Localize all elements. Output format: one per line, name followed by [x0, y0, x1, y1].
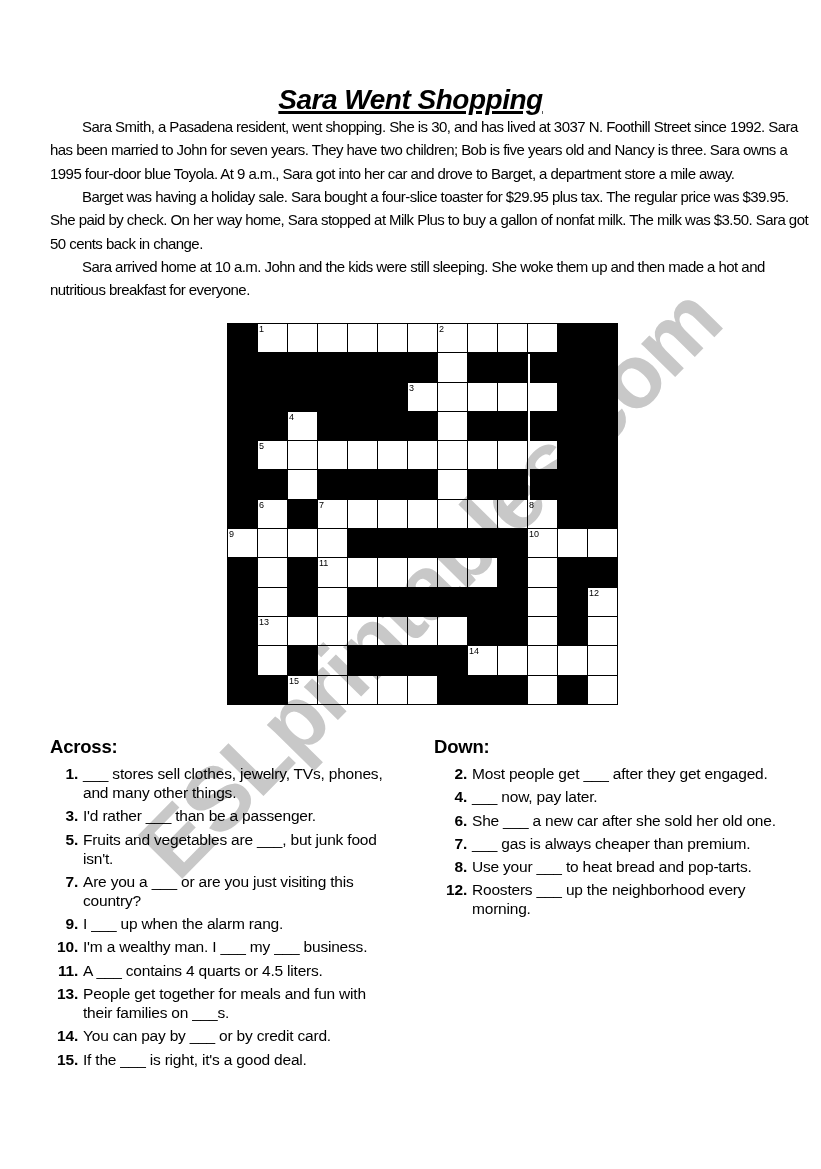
- block-cell: [258, 470, 287, 498]
- letter-cell[interactable]: [318, 324, 347, 352]
- block-cell: [378, 646, 407, 674]
- letter-cell[interactable]: [528, 646, 557, 674]
- grid-line-artifact: [528, 354, 530, 501]
- letter-cell[interactable]: [438, 412, 467, 440]
- clue-item-number: 13.: [50, 984, 83, 1022]
- block-cell: [348, 383, 377, 411]
- letter-cell[interactable]: [498, 500, 527, 528]
- clue-item-number: 10.: [50, 937, 83, 956]
- block-cell: [558, 383, 587, 411]
- block-cell: [588, 500, 617, 528]
- block-cell: [528, 470, 557, 498]
- crossword-grid: 123456789101112131415: [228, 324, 617, 704]
- block-cell: [558, 353, 587, 381]
- block-cell: [378, 383, 407, 411]
- letter-cell[interactable]: [438, 470, 467, 498]
- letter-cell[interactable]: 1: [258, 324, 287, 352]
- cell-clue-number: 14: [469, 646, 479, 656]
- block-cell: [288, 646, 317, 674]
- letter-cell[interactable]: [468, 324, 497, 352]
- letter-cell[interactable]: [348, 441, 377, 469]
- block-cell: [558, 324, 587, 352]
- block-cell: [258, 676, 287, 704]
- letter-cell[interactable]: [528, 383, 557, 411]
- clue-item-text: She ___ a new car after she sold her old…: [472, 811, 776, 830]
- letter-cell[interactable]: 5: [258, 441, 287, 469]
- letter-cell[interactable]: [288, 470, 317, 498]
- block-cell: [228, 588, 257, 616]
- letter-cell[interactable]: [558, 529, 587, 557]
- letter-cell[interactable]: [408, 500, 437, 528]
- clue-item: 11.A ___ contains 4 quarts or 4.5 liters…: [50, 961, 425, 980]
- letter-cell[interactable]: [348, 324, 377, 352]
- cell-clue-number: 3: [409, 383, 414, 393]
- letter-cell[interactable]: [408, 441, 437, 469]
- block-cell: [318, 353, 347, 381]
- letter-cell[interactable]: [558, 646, 587, 674]
- clue-item-text: Are you a ___ or are you just visiting t…: [83, 872, 354, 910]
- clue-item-text: Most people get ___ after they get engag…: [472, 764, 768, 783]
- letter-cell[interactable]: [438, 353, 467, 381]
- block-cell: [348, 353, 377, 381]
- clue-item-text: You can pay by ___ or by credit card.: [83, 1026, 331, 1045]
- clue-item-number: 9.: [50, 914, 83, 933]
- block-cell: [528, 353, 557, 381]
- block-cell: [468, 412, 497, 440]
- letter-cell[interactable]: [258, 646, 287, 674]
- letter-cell[interactable]: [408, 324, 437, 352]
- letter-cell[interactable]: 6: [258, 500, 287, 528]
- block-cell: [558, 470, 587, 498]
- letter-cell[interactable]: [438, 558, 467, 586]
- letter-cell[interactable]: [528, 588, 557, 616]
- block-cell: [588, 470, 617, 498]
- clue-item: 13.People get together for meals and fun…: [50, 984, 425, 1022]
- block-cell: [468, 470, 497, 498]
- letter-cell[interactable]: [438, 441, 467, 469]
- clue-item-text: A ___ contains 4 quarts or 4.5 liters.: [83, 961, 323, 980]
- letter-cell[interactable]: [468, 500, 497, 528]
- letter-cell[interactable]: 7: [318, 500, 347, 528]
- letter-cell[interactable]: [528, 676, 557, 704]
- story-line: 1995 four-door blue Toyola. At 9 a.m., S…: [50, 162, 795, 185]
- clue-item-text: If the ___ is right, it's a good deal.: [83, 1050, 307, 1069]
- clue-item: 1.___ stores sell clothes, jewelry, TVs,…: [50, 764, 425, 802]
- block-cell: [558, 441, 587, 469]
- clue-item-number: 3.: [50, 806, 83, 825]
- letter-cell[interactable]: [378, 676, 407, 704]
- letter-cell[interactable]: 9: [228, 529, 257, 557]
- block-cell: [228, 617, 257, 645]
- letter-cell[interactable]: [288, 617, 317, 645]
- clue-item-text: ___ gas is always cheaper than premium.: [472, 834, 750, 853]
- letter-cell[interactable]: [498, 383, 527, 411]
- clue-item-text: Use your ___ to heat bread and pop-tarts…: [472, 857, 752, 876]
- block-cell: [588, 324, 617, 352]
- block-cell: [438, 588, 467, 616]
- clue-item: 7.___ gas is always cheaper than premium…: [434, 834, 816, 853]
- cell-clue-number: 4: [289, 412, 294, 422]
- block-cell: [228, 676, 257, 704]
- clue-item-number: 2.: [434, 764, 472, 783]
- block-cell: [348, 588, 377, 616]
- letter-cell[interactable]: [348, 676, 377, 704]
- cell-clue-number: 7: [319, 500, 324, 510]
- clue-item: 2.Most people get ___ after they get eng…: [434, 764, 816, 783]
- across-clue-list: 1.___ stores sell clothes, jewelry, TVs,…: [50, 764, 425, 1069]
- letter-cell[interactable]: [318, 676, 347, 704]
- block-cell: [378, 412, 407, 440]
- block-cell: [378, 529, 407, 557]
- letter-cell[interactable]: [408, 558, 437, 586]
- letter-cell[interactable]: [528, 617, 557, 645]
- block-cell: [498, 353, 527, 381]
- letter-cell[interactable]: [348, 500, 377, 528]
- clue-item: 14.You can pay by ___ or by credit card.: [50, 1026, 425, 1045]
- block-cell: [558, 558, 587, 586]
- story-line: Sara arrived home at 10 a.m. John and th…: [50, 255, 795, 278]
- letter-cell[interactable]: [378, 324, 407, 352]
- block-cell: [258, 353, 287, 381]
- block-cell: [498, 529, 527, 557]
- block-cell: [558, 617, 587, 645]
- block-cell: [228, 383, 257, 411]
- letter-cell[interactable]: [588, 617, 617, 645]
- clue-item-text: People get together for meals and fun wi…: [83, 984, 366, 1022]
- block-cell: [438, 529, 467, 557]
- block-cell: [468, 353, 497, 381]
- block-cell: [258, 383, 287, 411]
- letter-cell[interactable]: 12: [588, 588, 617, 616]
- letter-cell[interactable]: [348, 558, 377, 586]
- story-line: nutritious breakfast for everyone.: [50, 278, 795, 301]
- block-cell: [228, 646, 257, 674]
- cell-clue-number: 12: [589, 588, 599, 598]
- block-cell: [408, 588, 437, 616]
- clue-item: 4.___ now, pay later.: [434, 787, 816, 806]
- block-cell: [228, 470, 257, 498]
- block-cell: [558, 412, 587, 440]
- cell-clue-number: 9: [229, 529, 234, 539]
- letter-cell[interactable]: [588, 646, 617, 674]
- cell-clue-number: 11: [319, 558, 328, 568]
- block-cell: [498, 412, 527, 440]
- block-cell: [588, 383, 617, 411]
- block-cell: [228, 353, 257, 381]
- cell-clue-number: 1: [259, 324, 264, 334]
- letter-cell[interactable]: [378, 617, 407, 645]
- block-cell: [588, 441, 617, 469]
- clue-item: 9.I ___ up when the alarm rang.: [50, 914, 425, 933]
- letter-cell[interactable]: [258, 558, 287, 586]
- clue-item-text: ___ now, pay later.: [472, 787, 597, 806]
- clue-item: 8.Use your ___ to heat bread and pop-tar…: [434, 857, 816, 876]
- letter-cell[interactable]: [318, 588, 347, 616]
- letter-cell[interactable]: [318, 617, 347, 645]
- block-cell: [378, 470, 407, 498]
- block-cell: [348, 646, 377, 674]
- letter-cell[interactable]: [318, 529, 347, 557]
- clue-item: 15.If the ___ is right, it's a good deal…: [50, 1050, 425, 1069]
- clue-item-number: 8.: [434, 857, 472, 876]
- clue-item-number: 4.: [434, 787, 472, 806]
- letter-cell[interactable]: [528, 324, 557, 352]
- block-cell: [378, 353, 407, 381]
- across-clues-section: Across: 1.___ stores sell clothes, jewel…: [50, 736, 425, 1073]
- letter-cell[interactable]: [348, 617, 377, 645]
- block-cell: [498, 558, 527, 586]
- block-cell: [258, 412, 287, 440]
- down-clues-section: Down: 2.Most people get ___ after they g…: [434, 736, 816, 923]
- clue-item-number: 12.: [434, 880, 472, 918]
- clue-item-text: ___ stores sell clothes, jewelry, TVs, p…: [83, 764, 383, 802]
- letter-cell[interactable]: [468, 558, 497, 586]
- letter-cell[interactable]: [588, 676, 617, 704]
- story-line: Barget was having a holiday sale. Sara b…: [50, 185, 795, 208]
- worksheet-page: Sara Went Shopping Sara Smith, a Pasaden…: [0, 0, 821, 1169]
- block-cell: [228, 441, 257, 469]
- clue-item: 10.I'm a wealthy man. I ___ my ___ busin…: [50, 937, 425, 956]
- clue-item-number: 7.: [434, 834, 472, 853]
- cell-clue-number: 8: [529, 500, 534, 510]
- letter-cell[interactable]: [528, 441, 557, 469]
- story-text: Sara Smith, a Pasadena resident, went sh…: [50, 115, 795, 302]
- block-cell: [408, 529, 437, 557]
- letter-cell[interactable]: [378, 500, 407, 528]
- cell-clue-number: 5: [259, 441, 264, 451]
- clue-item-text: Fruits and vegetables are ___, but junk …: [83, 830, 377, 868]
- block-cell: [288, 500, 317, 528]
- letter-cell[interactable]: 15: [288, 676, 317, 704]
- letter-cell[interactable]: [378, 441, 407, 469]
- block-cell: [528, 412, 557, 440]
- clue-item-text: Roosters ___ up the neighborhood everymo…: [472, 880, 745, 918]
- block-cell: [228, 412, 257, 440]
- clue-item: 6.She ___ a new car after she sold her o…: [434, 811, 816, 830]
- story-line: 50 cents back in change.: [50, 232, 795, 255]
- clue-item: 5.Fruits and vegetables are ___, but jun…: [50, 830, 425, 868]
- block-cell: [498, 676, 527, 704]
- cell-clue-number: 6: [259, 500, 264, 510]
- letter-cell[interactable]: [258, 529, 287, 557]
- block-cell: [228, 558, 257, 586]
- clue-item: 7.Are you a ___ or are you just visiting…: [50, 872, 425, 910]
- block-cell: [348, 412, 377, 440]
- block-cell: [498, 588, 527, 616]
- crossword-grid-frame: 123456789101112131415: [227, 323, 618, 705]
- letter-cell[interactable]: [498, 324, 527, 352]
- clue-item-number: 15.: [50, 1050, 83, 1069]
- clue-item: 3.I'd rather ___ than be a passenger.: [50, 806, 425, 825]
- block-cell: [288, 558, 317, 586]
- letter-cell[interactable]: [318, 441, 347, 469]
- block-cell: [318, 383, 347, 411]
- letter-cell[interactable]: 3: [408, 383, 437, 411]
- block-cell: [378, 588, 407, 616]
- letter-cell[interactable]: 8: [528, 500, 557, 528]
- cell-clue-number: 10: [529, 529, 539, 539]
- block-cell: [288, 353, 317, 381]
- block-cell: [348, 529, 377, 557]
- block-cell: [588, 558, 617, 586]
- clue-item-text: I'm a wealthy man. I ___ my ___ business…: [83, 937, 367, 956]
- block-cell: [438, 646, 467, 674]
- cell-clue-number: 15: [289, 676, 299, 686]
- clue-item: 12.Roosters ___ up the neighborhood ever…: [434, 880, 816, 918]
- letter-cell[interactable]: [438, 617, 467, 645]
- block-cell: [498, 470, 527, 498]
- block-cell: [498, 617, 527, 645]
- clue-item-number: 14.: [50, 1026, 83, 1045]
- block-cell: [288, 588, 317, 616]
- story-line: She paid by check. On her way home, Sara…: [50, 208, 795, 231]
- clue-item-number: 11.: [50, 961, 83, 980]
- story-line: Sara Smith, a Pasadena resident, went sh…: [50, 115, 795, 138]
- letter-cell[interactable]: [288, 529, 317, 557]
- block-cell: [468, 617, 497, 645]
- block-cell: [318, 470, 347, 498]
- letter-cell[interactable]: 13: [258, 617, 287, 645]
- letter-cell[interactable]: 14: [468, 646, 497, 674]
- block-cell: [468, 676, 497, 704]
- across-header: Across:: [50, 736, 425, 758]
- letter-cell[interactable]: [288, 324, 317, 352]
- block-cell: [408, 412, 437, 440]
- letter-cell[interactable]: 10: [528, 529, 557, 557]
- block-cell: [408, 646, 437, 674]
- letter-cell[interactable]: [528, 558, 557, 586]
- down-clue-list: 2.Most people get ___ after they get eng…: [434, 764, 816, 918]
- clue-item-number: 1.: [50, 764, 83, 802]
- letter-cell[interactable]: [438, 500, 467, 528]
- clue-item-text: I ___ up when the alarm rang.: [83, 914, 283, 933]
- clue-item-number: 5.: [50, 830, 83, 868]
- block-cell: [288, 383, 317, 411]
- letter-cell[interactable]: [258, 588, 287, 616]
- block-cell: [588, 353, 617, 381]
- down-header: Down:: [434, 736, 816, 758]
- block-cell: [408, 470, 437, 498]
- letter-cell[interactable]: [468, 441, 497, 469]
- letter-cell[interactable]: [288, 441, 317, 469]
- block-cell: [468, 588, 497, 616]
- letter-cell[interactable]: [408, 676, 437, 704]
- block-cell: [558, 500, 587, 528]
- block-cell: [228, 324, 257, 352]
- letter-cell[interactable]: [468, 383, 497, 411]
- letter-cell[interactable]: 2: [438, 324, 467, 352]
- letter-cell[interactable]: [408, 617, 437, 645]
- block-cell: [468, 529, 497, 557]
- clue-item-number: 7.: [50, 872, 83, 910]
- block-cell: [588, 412, 617, 440]
- block-cell: [228, 500, 257, 528]
- block-cell: [348, 470, 377, 498]
- block-cell: [558, 588, 587, 616]
- block-cell: [408, 353, 437, 381]
- letter-cell[interactable]: [498, 646, 527, 674]
- letter-cell[interactable]: [318, 646, 347, 674]
- page-title: Sara Went Shopping: [0, 84, 821, 116]
- story-line: has been married to John for seven years…: [50, 138, 795, 161]
- block-cell: [318, 412, 347, 440]
- block-cell: [558, 676, 587, 704]
- letter-cell[interactable]: [498, 441, 527, 469]
- clue-item-number: 6.: [434, 811, 472, 830]
- letter-cell[interactable]: [588, 529, 617, 557]
- letter-cell[interactable]: [378, 558, 407, 586]
- block-cell: [438, 676, 467, 704]
- cell-clue-number: 13: [259, 617, 269, 627]
- letter-cell[interactable]: 4: [288, 412, 317, 440]
- clue-item-text: I'd rather ___ than be a passenger.: [83, 806, 316, 825]
- letter-cell[interactable]: 11: [318, 558, 347, 586]
- letter-cell[interactable]: [438, 383, 467, 411]
- cell-clue-number: 2: [439, 324, 444, 334]
